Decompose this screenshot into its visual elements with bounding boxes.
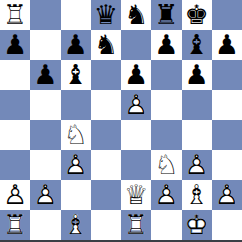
square-b4[interactable]: [30, 120, 60, 150]
square-h8[interactable]: [212, 0, 242, 30]
white-knight[interactable]: [61, 120, 91, 150]
black-pawn[interactable]: ♟: [0, 30, 30, 60]
square-b6[interactable]: ♟: [30, 60, 60, 90]
white-rook[interactable]: [0, 210, 30, 240]
square-f6[interactable]: [151, 60, 181, 90]
square-h4[interactable]: [212, 120, 242, 150]
black-bishop[interactable]: ♝: [182, 30, 212, 60]
square-c6[interactable]: ♝: [61, 60, 91, 90]
square-e7[interactable]: [121, 30, 151, 60]
square-h1[interactable]: [212, 210, 242, 240]
square-g5[interactable]: [182, 90, 212, 120]
black-queen[interactable]: ♛: [91, 0, 121, 30]
white-bishop[interactable]: [61, 210, 91, 240]
square-g3[interactable]: ♟♙: [182, 150, 212, 180]
chess-board: ♜♖♛♞♜♚♟♟♞♟♝♟♟♝♟♟♟♙♞♘♟♙♞♘♟♙♟♙♟♙♛♕♟♙♝♗♟♙♜♖…: [0, 0, 242, 242]
square-g7[interactable]: ♝: [182, 30, 212, 60]
white-pawn[interactable]: [61, 150, 91, 180]
square-f3[interactable]: ♞♘: [151, 150, 181, 180]
square-f4[interactable]: [151, 120, 181, 150]
black-bishop[interactable]: ♝: [61, 60, 91, 90]
white-queen[interactable]: [121, 180, 151, 210]
square-d7[interactable]: ♞: [91, 30, 121, 60]
square-e4[interactable]: [121, 120, 151, 150]
square-c5[interactable]: [61, 90, 91, 120]
square-a5[interactable]: [0, 90, 30, 120]
white-pawn[interactable]: [0, 180, 30, 210]
square-c7[interactable]: ♟: [61, 30, 91, 60]
white-rook[interactable]: [0, 0, 30, 30]
square-b7[interactable]: [30, 30, 60, 60]
square-h5[interactable]: [212, 90, 242, 120]
black-knight[interactable]: ♞: [91, 30, 121, 60]
square-g1[interactable]: ♚♔: [182, 210, 212, 240]
square-e1[interactable]: ♜♖: [121, 210, 151, 240]
white-bishop[interactable]: [182, 180, 212, 210]
black-king[interactable]: ♚: [182, 0, 212, 30]
black-rook[interactable]: ♜: [151, 0, 181, 30]
square-a1[interactable]: ♜♖: [0, 210, 30, 240]
black-pawn[interactable]: ♟: [121, 60, 151, 90]
square-a6[interactable]: [0, 60, 30, 90]
square-b3[interactable]: [30, 150, 60, 180]
square-a2[interactable]: ♟♙: [0, 180, 30, 210]
square-d1[interactable]: [91, 210, 121, 240]
square-h7[interactable]: ♟: [212, 30, 242, 60]
white-pawn[interactable]: [212, 180, 242, 210]
white-pawn[interactable]: [121, 90, 151, 120]
square-e5[interactable]: ♟♙: [121, 90, 151, 120]
square-d3[interactable]: [91, 150, 121, 180]
white-pawn[interactable]: [30, 180, 60, 210]
square-c1[interactable]: ♝♗: [61, 210, 91, 240]
square-b8[interactable]: [30, 0, 60, 30]
square-b5[interactable]: [30, 90, 60, 120]
square-c2[interactable]: [61, 180, 91, 210]
white-knight[interactable]: [151, 150, 181, 180]
black-pawn[interactable]: ♟: [61, 30, 91, 60]
square-g2[interactable]: ♝♗: [182, 180, 212, 210]
square-c8[interactable]: [61, 0, 91, 30]
square-d6[interactable]: [91, 60, 121, 90]
square-c4[interactable]: ♞♘: [61, 120, 91, 150]
square-f1[interactable]: [151, 210, 181, 240]
square-g4[interactable]: [182, 120, 212, 150]
square-a7[interactable]: ♟: [0, 30, 30, 60]
black-pawn[interactable]: ♟: [182, 60, 212, 90]
square-f5[interactable]: [151, 90, 181, 120]
square-a4[interactable]: [0, 120, 30, 150]
square-g8[interactable]: ♚: [182, 0, 212, 30]
white-king[interactable]: [182, 210, 212, 240]
black-knight[interactable]: ♞: [121, 0, 151, 30]
square-f2[interactable]: ♟♙: [151, 180, 181, 210]
square-d4[interactable]: [91, 120, 121, 150]
square-h6[interactable]: [212, 60, 242, 90]
black-pawn[interactable]: ♟: [151, 30, 181, 60]
square-e3[interactable]: [121, 150, 151, 180]
square-e8[interactable]: ♞: [121, 0, 151, 30]
square-h3[interactable]: [212, 150, 242, 180]
black-pawn[interactable]: ♟: [30, 60, 60, 90]
square-a3[interactable]: [0, 150, 30, 180]
square-c3[interactable]: ♟♙: [61, 150, 91, 180]
white-pawn[interactable]: [182, 150, 212, 180]
square-h2[interactable]: ♟♙: [212, 180, 242, 210]
white-rook[interactable]: [121, 210, 151, 240]
square-d8[interactable]: ♛: [91, 0, 121, 30]
square-f8[interactable]: ♜: [151, 0, 181, 30]
square-e2[interactable]: ♛♕: [121, 180, 151, 210]
square-g6[interactable]: ♟: [182, 60, 212, 90]
square-f7[interactable]: ♟: [151, 30, 181, 60]
square-b1[interactable]: [30, 210, 60, 240]
square-e6[interactable]: ♟: [121, 60, 151, 90]
square-d2[interactable]: [91, 180, 121, 210]
black-pawn[interactable]: ♟: [212, 30, 242, 60]
square-b2[interactable]: ♟♙: [30, 180, 60, 210]
square-d5[interactable]: [91, 90, 121, 120]
white-pawn[interactable]: [151, 180, 181, 210]
square-a8[interactable]: ♜♖: [0, 0, 30, 30]
